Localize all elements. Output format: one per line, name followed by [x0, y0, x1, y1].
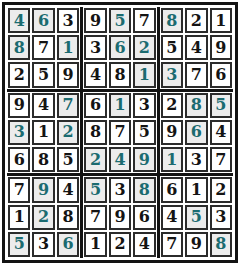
cell-r2c1[interactable]: 8: [8, 35, 30, 60]
box-2: 957362481: [83, 7, 156, 89]
cell-r6c1[interactable]: 6: [8, 147, 30, 172]
cell-r9c2[interactable]: 3: [32, 232, 54, 257]
box-8: 538796124: [83, 176, 156, 258]
cell-r5c2[interactable]: 1: [32, 120, 54, 145]
sudoku-board: 4638712599573624818215493769473126856138…: [0, 0, 240, 265]
cell-r4c5[interactable]: 1: [109, 93, 131, 118]
box-1: 463871259: [7, 7, 80, 89]
cell-r2c9[interactable]: 9: [210, 35, 232, 60]
cell-r8c7[interactable]: 4: [161, 205, 183, 230]
cell-r5c8[interactable]: 6: [185, 120, 207, 145]
cell-r6c2[interactable]: 8: [32, 147, 54, 172]
cell-r7c1[interactable]: 7: [8, 177, 30, 202]
cell-r9c4[interactable]: 1: [84, 232, 106, 257]
cell-r7c4[interactable]: 5: [84, 177, 106, 202]
cell-r4c7[interactable]: 2: [161, 93, 183, 118]
cell-r1c9[interactable]: 1: [210, 8, 232, 33]
cell-r4c3[interactable]: 7: [57, 93, 79, 118]
box-7: 794128536: [7, 176, 80, 258]
cell-r4c2[interactable]: 4: [32, 93, 54, 118]
cell-r2c2[interactable]: 7: [32, 35, 54, 60]
cell-r9c7[interactable]: 7: [161, 232, 183, 257]
box-4: 947312685: [7, 92, 80, 174]
cell-r3c4[interactable]: 4: [84, 62, 106, 87]
cell-r6c4[interactable]: 2: [84, 147, 106, 172]
cell-r8c5[interactable]: 9: [109, 205, 131, 230]
cell-r3c2[interactable]: 5: [32, 62, 54, 87]
cell-r8c2[interactable]: 2: [32, 205, 54, 230]
box-5: 613875249: [83, 92, 156, 174]
cell-r7c6[interactable]: 8: [133, 177, 155, 202]
cell-r2c4[interactable]: 3: [84, 35, 106, 60]
cell-r8c1[interactable]: 1: [8, 205, 30, 230]
cell-r5c5[interactable]: 7: [109, 120, 131, 145]
cell-r9c3[interactable]: 6: [57, 232, 79, 257]
cell-r7c8[interactable]: 1: [185, 177, 207, 202]
cell-r3c1[interactable]: 2: [8, 62, 30, 87]
cell-r1c8[interactable]: 2: [185, 8, 207, 33]
cell-r4c8[interactable]: 8: [185, 93, 207, 118]
cell-r2c3[interactable]: 1: [57, 35, 79, 60]
cell-r1c7[interactable]: 8: [161, 8, 183, 33]
cell-r2c6[interactable]: 2: [133, 35, 155, 60]
box-9: 612453798: [160, 176, 233, 258]
cell-r8c6[interactable]: 6: [133, 205, 155, 230]
cell-r6c5[interactable]: 4: [109, 147, 131, 172]
cell-r8c9[interactable]: 3: [210, 205, 232, 230]
cell-r1c2[interactable]: 6: [32, 8, 54, 33]
cell-r1c3[interactable]: 3: [57, 8, 79, 33]
cell-r9c8[interactable]: 9: [185, 232, 207, 257]
cell-r3c8[interactable]: 7: [185, 62, 207, 87]
cell-r5c1[interactable]: 3: [8, 120, 30, 145]
cell-r7c3[interactable]: 4: [57, 177, 79, 202]
cell-r3c5[interactable]: 8: [109, 62, 131, 87]
cell-r5c3[interactable]: 2: [57, 120, 79, 145]
cell-r9c6[interactable]: 4: [133, 232, 155, 257]
cell-r1c4[interactable]: 9: [84, 8, 106, 33]
cell-r3c6[interactable]: 1: [133, 62, 155, 87]
cell-r6c3[interactable]: 5: [57, 147, 79, 172]
cell-r6c8[interactable]: 3: [185, 147, 207, 172]
cell-r9c5[interactable]: 2: [109, 232, 131, 257]
cell-r5c6[interactable]: 5: [133, 120, 155, 145]
cell-r6c6[interactable]: 9: [133, 147, 155, 172]
board-grid: 4638712599573624818215493769473126856138…: [7, 7, 233, 258]
board-frame: 4638712599573624818215493769473126856138…: [2, 2, 238, 263]
cell-r1c1[interactable]: 4: [8, 8, 30, 33]
cell-r7c2[interactable]: 9: [32, 177, 54, 202]
cell-r7c7[interactable]: 6: [161, 177, 183, 202]
cell-r9c9[interactable]: 8: [210, 232, 232, 257]
cell-r3c7[interactable]: 3: [161, 62, 183, 87]
cell-r2c8[interactable]: 4: [185, 35, 207, 60]
cell-r5c7[interactable]: 9: [161, 120, 183, 145]
cell-r1c6[interactable]: 7: [133, 8, 155, 33]
cell-r6c9[interactable]: 7: [210, 147, 232, 172]
cell-r7c5[interactable]: 3: [109, 177, 131, 202]
cell-r4c4[interactable]: 6: [84, 93, 106, 118]
cell-r8c3[interactable]: 8: [57, 205, 79, 230]
cell-r2c7[interactable]: 5: [161, 35, 183, 60]
cell-r5c9[interactable]: 4: [210, 120, 232, 145]
cell-r8c4[interactable]: 7: [84, 205, 106, 230]
cell-r3c3[interactable]: 9: [57, 62, 79, 87]
box-3: 821549376: [160, 7, 233, 89]
cell-r7c9[interactable]: 2: [210, 177, 232, 202]
cell-r2c5[interactable]: 6: [109, 35, 131, 60]
cell-r8c8[interactable]: 5: [185, 205, 207, 230]
cell-r4c9[interactable]: 5: [210, 93, 232, 118]
cell-r5c4[interactable]: 8: [84, 120, 106, 145]
cell-r6c7[interactable]: 1: [161, 147, 183, 172]
cell-r4c1[interactable]: 9: [8, 93, 30, 118]
cell-r4c6[interactable]: 3: [133, 93, 155, 118]
box-6: 285964137: [160, 92, 233, 174]
cell-r3c9[interactable]: 6: [210, 62, 232, 87]
cell-r9c1[interactable]: 5: [8, 232, 30, 257]
cell-r1c5[interactable]: 5: [109, 8, 131, 33]
